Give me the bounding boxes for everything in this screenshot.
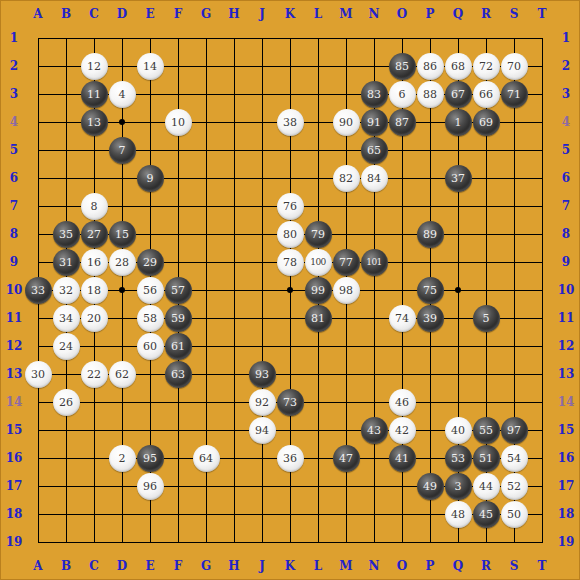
- stone-white-68: 68: [445, 53, 472, 80]
- stone-black-47: 47: [333, 445, 360, 472]
- stone-white-92: 92: [249, 389, 276, 416]
- stone-black-71: 71: [501, 81, 528, 108]
- stone-black-83: 83: [361, 81, 388, 108]
- stone-black-65: 65: [361, 137, 388, 164]
- coord-label-bottom-G: G: [201, 559, 211, 573]
- coord-label-bottom-E: E: [145, 559, 154, 573]
- coord-label-bottom-C: C: [89, 559, 99, 573]
- stone-white-8: 8: [81, 193, 108, 220]
- stone-white-84: 84: [361, 165, 388, 192]
- go-board: AABBCCDDEEFFGGHHJJKKLLMMNNOOPPQQRRSSTT11…: [0, 0, 580, 580]
- stone-black-63: 63: [165, 361, 192, 388]
- coord-label-right-6: 6: [562, 171, 570, 185]
- coord-label-left-4: 4: [10, 115, 18, 129]
- stone-white-34: 34: [53, 305, 80, 332]
- stone-white-32: 32: [53, 277, 80, 304]
- stone-black-55: 55: [473, 417, 500, 444]
- coord-label-left-13: 13: [6, 367, 23, 381]
- coord-label-top-B: B: [61, 7, 71, 21]
- coord-label-top-F: F: [174, 7, 183, 21]
- coord-label-bottom-F: F: [174, 559, 183, 573]
- stone-white-26: 26: [53, 389, 80, 416]
- coord-label-right-18: 18: [558, 507, 575, 521]
- coord-label-right-12: 12: [558, 339, 575, 353]
- stone-white-46: 46: [389, 389, 416, 416]
- coord-label-right-7: 7: [562, 199, 570, 213]
- stone-white-38: 38: [277, 109, 304, 136]
- stone-black-87: 87: [389, 109, 416, 136]
- coord-label-top-A: A: [33, 7, 42, 21]
- coord-label-left-8: 8: [10, 227, 18, 241]
- coord-label-right-14: 14: [558, 395, 575, 409]
- stone-white-4: 4: [109, 81, 136, 108]
- stone-white-22: 22: [81, 361, 108, 388]
- stone-white-20: 20: [81, 305, 108, 332]
- coord-label-bottom-D: D: [117, 559, 127, 573]
- stone-black-9: 9: [137, 165, 164, 192]
- coord-label-top-L: L: [314, 7, 322, 21]
- stone-black-31: 31: [53, 249, 80, 276]
- coord-label-top-R: R: [481, 7, 491, 21]
- stone-white-52: 52: [501, 473, 528, 500]
- coord-label-top-J: J: [259, 7, 265, 21]
- coord-label-top-M: M: [339, 7, 352, 21]
- stone-black-45: 45: [473, 501, 500, 528]
- coord-label-top-E: E: [145, 7, 154, 21]
- coord-label-left-1: 1: [10, 31, 18, 45]
- coord-label-bottom-Q: Q: [453, 559, 463, 573]
- coord-label-bottom-N: N: [369, 559, 380, 573]
- stone-white-36: 36: [277, 445, 304, 472]
- stone-white-58: 58: [137, 305, 164, 332]
- stone-black-69: 69: [473, 109, 500, 136]
- stone-black-81: 81: [305, 305, 332, 332]
- coord-label-top-S: S: [510, 7, 519, 21]
- stone-black-1: 1: [445, 109, 472, 136]
- stone-black-101: 101: [361, 249, 388, 276]
- coord-label-left-9: 9: [10, 255, 18, 269]
- coord-label-right-11: 11: [558, 311, 575, 325]
- coord-label-right-4: 4: [562, 115, 570, 129]
- coord-label-left-14: 14: [6, 395, 23, 409]
- stone-white-94: 94: [249, 417, 276, 444]
- coord-label-left-11: 11: [6, 311, 23, 325]
- stone-white-80: 80: [277, 221, 304, 248]
- coord-label-top-O: O: [397, 7, 407, 21]
- stone-black-93: 93: [249, 361, 276, 388]
- stone-white-88: 88: [417, 81, 444, 108]
- stone-white-82: 82: [333, 165, 360, 192]
- coord-label-left-7: 7: [10, 199, 18, 213]
- coord-label-left-12: 12: [6, 339, 23, 353]
- stone-white-54: 54: [501, 445, 528, 472]
- stone-black-97: 97: [501, 417, 528, 444]
- stone-black-49: 49: [417, 473, 444, 500]
- coord-label-bottom-R: R: [481, 559, 491, 573]
- coord-label-top-P: P: [425, 7, 434, 21]
- stone-black-43: 43: [361, 417, 388, 444]
- stone-black-57: 57: [165, 277, 192, 304]
- stone-black-3: 3: [445, 473, 472, 500]
- coord-label-bottom-P: P: [425, 559, 434, 573]
- coord-label-left-15: 15: [6, 423, 23, 437]
- stone-white-28: 28: [109, 249, 136, 276]
- stone-black-13: 13: [81, 109, 108, 136]
- stone-white-40: 40: [445, 417, 472, 444]
- stone-white-74: 74: [389, 305, 416, 332]
- stone-black-37: 37: [445, 165, 472, 192]
- stone-white-62: 62: [109, 361, 136, 388]
- coord-label-top-C: C: [89, 7, 99, 21]
- stone-black-67: 67: [445, 81, 472, 108]
- coord-label-bottom-L: L: [314, 559, 322, 573]
- stone-black-35: 35: [53, 221, 80, 248]
- stone-white-98: 98: [333, 277, 360, 304]
- coord-label-right-19: 19: [558, 535, 575, 549]
- coord-label-right-10: 10: [558, 283, 575, 297]
- stone-white-100: 100: [305, 249, 332, 276]
- stone-white-64: 64: [193, 445, 220, 472]
- stone-black-99: 99: [305, 277, 332, 304]
- stone-black-5: 5: [473, 305, 500, 332]
- coord-label-top-T: T: [538, 7, 547, 21]
- coord-label-left-19: 19: [6, 535, 23, 549]
- coord-label-bottom-S: S: [510, 559, 519, 573]
- coord-label-right-8: 8: [562, 227, 570, 241]
- stone-black-51: 51: [473, 445, 500, 472]
- stone-white-12: 12: [81, 53, 108, 80]
- stone-white-16: 16: [81, 249, 108, 276]
- stone-black-53: 53: [445, 445, 472, 472]
- stone-white-24: 24: [53, 333, 80, 360]
- stone-white-96: 96: [137, 473, 164, 500]
- stone-white-66: 66: [473, 81, 500, 108]
- coord-label-right-5: 5: [562, 143, 570, 157]
- stone-white-30: 30: [25, 361, 52, 388]
- coord-label-right-17: 17: [558, 479, 575, 493]
- stone-black-7: 7: [109, 137, 136, 164]
- stone-black-39: 39: [417, 305, 444, 332]
- stone-white-48: 48: [445, 501, 472, 528]
- stone-black-73: 73: [277, 389, 304, 416]
- stone-white-72: 72: [473, 53, 500, 80]
- stone-black-89: 89: [417, 221, 444, 248]
- stone-white-70: 70: [501, 53, 528, 80]
- stone-white-76: 76: [277, 193, 304, 220]
- stone-black-95: 95: [137, 445, 164, 472]
- coord-label-top-Q: Q: [453, 7, 463, 21]
- coord-label-top-G: G: [201, 7, 211, 21]
- coord-label-left-10: 10: [6, 283, 23, 297]
- stone-black-27: 27: [81, 221, 108, 248]
- stone-white-6: 6: [389, 81, 416, 108]
- coord-label-right-15: 15: [558, 423, 575, 437]
- stone-white-90: 90: [333, 109, 360, 136]
- coord-label-bottom-A: A: [33, 559, 42, 573]
- coord-label-left-3: 3: [10, 87, 18, 101]
- coord-label-bottom-O: O: [397, 559, 407, 573]
- stone-white-78: 78: [277, 249, 304, 276]
- stone-black-77: 77: [333, 249, 360, 276]
- stone-black-33: 33: [25, 277, 52, 304]
- coord-label-right-9: 9: [562, 255, 570, 269]
- coord-label-top-N: N: [369, 7, 380, 21]
- stone-black-59: 59: [165, 305, 192, 332]
- stone-white-50: 50: [501, 501, 528, 528]
- stone-black-91: 91: [361, 109, 388, 136]
- stone-white-42: 42: [389, 417, 416, 444]
- coord-label-right-16: 16: [558, 451, 575, 465]
- coord-label-left-5: 5: [10, 143, 18, 157]
- coord-label-bottom-B: B: [61, 559, 71, 573]
- stone-black-61: 61: [165, 333, 192, 360]
- stone-black-11: 11: [81, 81, 108, 108]
- stone-white-18: 18: [81, 277, 108, 304]
- coord-label-top-K: K: [285, 7, 295, 21]
- coord-label-top-D: D: [117, 7, 127, 21]
- stone-white-86: 86: [417, 53, 444, 80]
- stone-white-2: 2: [109, 445, 136, 472]
- stone-white-10: 10: [165, 109, 192, 136]
- coord-label-left-2: 2: [10, 59, 18, 73]
- coord-label-right-2: 2: [562, 59, 570, 73]
- stone-layer: 1234567891011121314151618202224262728293…: [24, 24, 556, 556]
- stone-white-56: 56: [137, 277, 164, 304]
- stone-black-75: 75: [417, 277, 444, 304]
- coord-label-right-3: 3: [562, 87, 570, 101]
- stone-black-29: 29: [137, 249, 164, 276]
- coord-label-left-18: 18: [6, 507, 23, 521]
- stone-black-41: 41: [389, 445, 416, 472]
- stone-black-15: 15: [109, 221, 136, 248]
- coord-label-bottom-M: M: [339, 559, 352, 573]
- coord-label-left-6: 6: [10, 171, 18, 185]
- coord-label-top-H: H: [228, 7, 239, 21]
- coord-label-bottom-J: J: [259, 559, 265, 573]
- stone-white-14: 14: [137, 53, 164, 80]
- coord-label-bottom-T: T: [538, 559, 547, 573]
- stone-black-85: 85: [389, 53, 416, 80]
- coord-label-right-13: 13: [558, 367, 575, 381]
- coord-label-left-16: 16: [6, 451, 23, 465]
- coord-label-left-17: 17: [6, 479, 23, 493]
- coord-label-right-1: 1: [562, 31, 570, 45]
- stone-white-44: 44: [473, 473, 500, 500]
- coord-label-bottom-H: H: [228, 559, 239, 573]
- stone-black-79: 79: [305, 221, 332, 248]
- coord-label-bottom-K: K: [285, 559, 295, 573]
- stone-white-60: 60: [137, 333, 164, 360]
